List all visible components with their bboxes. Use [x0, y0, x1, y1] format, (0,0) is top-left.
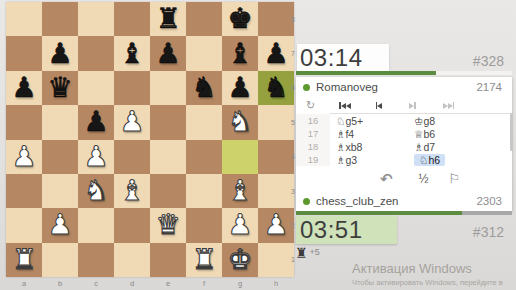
game-number-bottom: #312	[458, 224, 504, 240]
rank-label-2: 2	[287, 208, 295, 242]
rank-label-4: 4	[287, 140, 295, 174]
square-a3[interactable]	[6, 174, 42, 208]
rank-labels: 87654321	[287, 2, 295, 277]
clock-bottom: 03:51	[296, 216, 397, 244]
move-17-black[interactable]: ♕b6	[408, 128, 512, 140]
black-knight: ♞	[191, 74, 216, 102]
file-label-f: f	[186, 277, 222, 289]
square-g8[interactable]: ♚	[222, 2, 258, 36]
white-pawn: ♟	[263, 211, 288, 239]
file-label-e: e	[150, 277, 186, 289]
file-labels: abcdefgh	[6, 277, 294, 289]
square-c1[interactable]	[78, 243, 114, 277]
black-pawn: ♟	[227, 74, 252, 102]
square-g6[interactable]: ♟	[222, 71, 258, 105]
square-d7[interactable]: ♝	[114, 36, 150, 70]
online-dot-top	[303, 84, 310, 91]
chess-board: ♜♚♟♝♟♝♟♟♛♞♟♞♟♟♞♟♟♞♝♝♟♛♟♟♜♜♚	[6, 2, 294, 277]
windows-watermark-subtitle: Чтобы активировать Windows, перейдите в	[352, 278, 503, 287]
square-b2[interactable]: ♟	[42, 208, 78, 242]
square-e8[interactable]: ♜	[150, 2, 186, 36]
square-g2[interactable]: ♟	[222, 208, 258, 242]
move-18-black[interactable]: ♗d7	[408, 141, 512, 153]
white-queen: ♛	[155, 211, 180, 239]
time-bar-bottom-fill	[296, 211, 462, 215]
draw-offer-button[interactable]: ½	[419, 172, 429, 186]
square-d2[interactable]	[114, 208, 150, 242]
black-rook: ♜	[155, 5, 180, 33]
file-label-b: b	[42, 277, 78, 289]
rank-label-7: 7	[287, 36, 295, 70]
square-d8[interactable]	[114, 2, 150, 36]
refresh-icon[interactable]: ↻	[306, 100, 315, 111]
move-panel: Romanoveg 2174 ↻ 16♘g5+♔g817♗f4♕b618♗xb8…	[296, 77, 512, 211]
square-g1[interactable]: ♚	[222, 243, 258, 277]
player-name-bottom[interactable]: chess_club_zen	[316, 195, 398, 207]
current-move[interactable]: ♘h6	[414, 154, 445, 166]
white-pawn: ♟	[11, 143, 36, 171]
square-a1[interactable]: ♜	[6, 243, 42, 277]
black-pawn: ♟	[47, 40, 72, 68]
square-c5[interactable]: ♟	[78, 105, 114, 139]
black-pawn: ♟	[83, 108, 108, 136]
file-label-g: g	[222, 277, 258, 289]
square-e4[interactable]	[150, 140, 186, 174]
square-c8[interactable]	[78, 2, 114, 36]
time-bar-top-fill	[296, 71, 436, 75]
last-move-button[interactable]	[443, 101, 455, 110]
black-queen: ♛	[47, 74, 72, 102]
time-bar-top	[296, 71, 512, 75]
player-rating-top: 2174	[476, 81, 502, 93]
square-g5[interactable]: ♞	[222, 105, 258, 139]
material-advantage: +5	[310, 247, 320, 257]
first-move-button[interactable]	[339, 101, 351, 110]
black-pawn: ♟	[263, 40, 288, 68]
square-f7[interactable]	[186, 36, 222, 70]
move-row: 18♗xb8♗d7	[296, 140, 512, 153]
square-e5[interactable]	[150, 105, 186, 139]
black-king: ♚	[227, 5, 252, 33]
clock-top: 03:14	[297, 44, 389, 71]
square-d1[interactable]	[114, 243, 150, 277]
black-knight: ♞	[263, 74, 288, 102]
move-row: 16♘g5+♔g8	[296, 114, 512, 127]
square-g3[interactable]: ♝	[222, 174, 258, 208]
square-f6[interactable]: ♞	[186, 71, 222, 105]
square-b7[interactable]: ♟	[42, 36, 78, 70]
file-label-d: d	[114, 277, 150, 289]
square-b8[interactable]	[42, 2, 78, 36]
game-number-top: #328	[458, 53, 504, 69]
square-a4[interactable]: ♟	[6, 140, 42, 174]
rank-label-3: 3	[287, 174, 295, 208]
rank-label-5: 5	[287, 105, 295, 139]
white-bishop: ♝	[119, 177, 144, 205]
black-bishop: ♝	[227, 40, 252, 68]
action-bar: ↶ ½ ⚐	[296, 166, 512, 191]
move-19-black[interactable]: ♘h6	[408, 154, 512, 166]
white-pawn: ♟	[227, 211, 252, 239]
white-pawn: ♟	[119, 108, 144, 136]
move-19-white[interactable]: ♗g3	[330, 154, 408, 166]
black-pawn: ♟	[155, 40, 180, 68]
rank-label-6: 6	[287, 71, 295, 105]
file-label-h: h	[258, 277, 294, 289]
square-a2[interactable]	[6, 208, 42, 242]
square-c6[interactable]	[78, 71, 114, 105]
move-nav-bar: ↻	[296, 97, 512, 114]
square-b6[interactable]: ♛	[42, 71, 78, 105]
player-rating-bottom: 2303	[476, 195, 502, 207]
time-bar-bottom	[296, 211, 512, 215]
move-number: 19	[296, 153, 330, 166]
square-b4[interactable]	[42, 140, 78, 174]
white-bishop: ♝	[227, 177, 252, 205]
square-d5[interactable]: ♟	[114, 105, 150, 139]
move-17-white[interactable]: ♗f4	[330, 128, 408, 140]
square-c4[interactable]: ♟	[78, 140, 114, 174]
move-number: 17	[296, 127, 330, 140]
next-move-button[interactable]	[409, 101, 416, 110]
move-16-white[interactable]: ♘g5+	[330, 115, 408, 127]
square-g4[interactable]	[222, 140, 258, 174]
player-row-bottom: chess_club_zen 2303	[296, 191, 512, 211]
rank-label-8: 8	[287, 2, 295, 36]
move-18-white[interactable]: ♗xb8	[330, 141, 408, 153]
white-knight: ♞	[227, 108, 252, 136]
square-d4[interactable]	[114, 140, 150, 174]
square-g7[interactable]: ♝	[222, 36, 258, 70]
square-f8[interactable]	[186, 2, 222, 36]
file-label-c: c	[78, 277, 114, 289]
player-name-top[interactable]: Romanoveg	[316, 81, 378, 93]
square-c2[interactable]	[78, 208, 114, 242]
rank-label-1: 1	[287, 243, 295, 277]
square-f5[interactable]	[186, 105, 222, 139]
file-label-a: a	[6, 277, 42, 289]
resign-flag-icon[interactable]: ⚐	[449, 172, 461, 185]
move-row: 19♗g3♘h6	[296, 153, 512, 166]
square-d6[interactable]	[114, 71, 150, 105]
square-b3[interactable]	[42, 174, 78, 208]
windows-watermark-title: Активация Windows	[352, 261, 472, 276]
player-row-top: Romanoveg 2174	[296, 77, 512, 97]
square-a5[interactable]	[6, 105, 42, 139]
move-number: 16	[296, 114, 330, 127]
black-bishop: ♝	[119, 40, 144, 68]
white-pawn: ♟	[47, 211, 72, 239]
square-b5[interactable]	[42, 105, 78, 139]
square-c7[interactable]	[78, 36, 114, 70]
white-rook: ♜	[11, 246, 36, 274]
square-a7[interactable]	[6, 36, 42, 70]
move-16-black[interactable]: ♔g8	[408, 115, 512, 127]
online-dot-bottom	[303, 198, 310, 205]
square-e1[interactable]	[150, 243, 186, 277]
square-d3[interactable]: ♝	[114, 174, 150, 208]
captured-pieces-tray: ♜ +5	[295, 246, 320, 260]
previous-move-button[interactable]	[376, 101, 383, 110]
square-f1[interactable]: ♜	[186, 243, 222, 277]
move-list: 16♘g5+♔g817♗f4♕b618♗xb8♗d719♗g3♘h6	[296, 114, 512, 166]
square-b1[interactable]	[42, 243, 78, 277]
captured-rook-icon: ♜	[295, 246, 308, 260]
square-a8[interactable]	[6, 2, 42, 36]
square-c3[interactable]: ♞	[78, 174, 114, 208]
square-f4[interactable]	[186, 140, 222, 174]
takeback-icon[interactable]: ↶	[380, 171, 393, 186]
square-f3[interactable]	[186, 174, 222, 208]
square-f2[interactable]	[186, 208, 222, 242]
square-e3[interactable]	[150, 174, 186, 208]
white-pawn: ♟	[83, 143, 108, 171]
square-e7[interactable]: ♟	[150, 36, 186, 70]
move-list-scrollbar[interactable]	[510, 113, 513, 151]
black-pawn: ♟	[11, 74, 36, 102]
white-rook: ♜	[191, 246, 216, 274]
move-number: 18	[296, 140, 330, 153]
square-e6[interactable]	[150, 71, 186, 105]
move-row: 17♗f4♕b6	[296, 127, 512, 140]
square-e2[interactable]: ♛	[150, 208, 186, 242]
white-knight: ♞	[83, 177, 108, 205]
square-a6[interactable]: ♟	[6, 71, 42, 105]
white-king: ♚	[227, 246, 252, 274]
